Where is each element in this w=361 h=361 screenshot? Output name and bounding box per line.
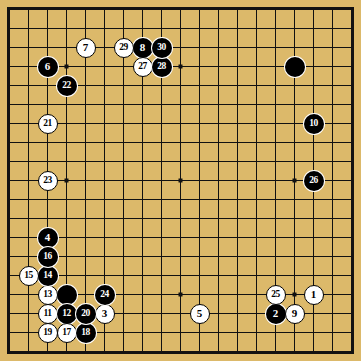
stone-black-30: 30 <box>152 38 172 58</box>
stone-white-9: 9 <box>285 304 305 324</box>
stone-black-8: 8 <box>133 38 153 58</box>
go-board: 1234567891011121314151617181920212223242… <box>0 0 361 361</box>
stone-white-27: 27 <box>133 57 153 77</box>
stone-black-16: 16 <box>38 247 58 267</box>
stone-white-7: 7 <box>76 38 96 58</box>
stone-black-6: 6 <box>38 57 58 77</box>
stone-black-28: 28 <box>152 57 172 77</box>
stone-black-handicap-dp <box>57 285 77 305</box>
stone-black-18: 18 <box>76 323 96 343</box>
stone-black-14: 14 <box>38 266 58 286</box>
stone-white-21: 21 <box>38 114 58 134</box>
stone-white-5: 5 <box>190 304 210 324</box>
stone-white-29: 29 <box>114 38 134 58</box>
stone-white-3: 3 <box>95 304 115 324</box>
stone-white-25: 25 <box>266 285 286 305</box>
stone-white-13: 13 <box>38 285 58 305</box>
stone-black-10: 10 <box>304 114 324 134</box>
stone-white-23: 23 <box>38 171 58 191</box>
stone-white-17: 17 <box>57 323 77 343</box>
stone-black-2: 2 <box>266 304 286 324</box>
stones-layer: 1234567891011121314151617181920212223242… <box>0 0 361 361</box>
stone-black-22: 22 <box>57 76 77 96</box>
stone-black-12: 12 <box>57 304 77 324</box>
stone-white-15: 15 <box>19 266 39 286</box>
stone-black-4: 4 <box>38 228 58 248</box>
stone-white-19: 19 <box>38 323 58 343</box>
stone-white-11: 11 <box>38 304 58 324</box>
stone-black-20: 20 <box>76 304 96 324</box>
stone-black-handicap-pd <box>285 57 305 77</box>
stone-black-26: 26 <box>304 171 324 191</box>
stone-white-1: 1 <box>304 285 324 305</box>
stone-black-24: 24 <box>95 285 115 305</box>
